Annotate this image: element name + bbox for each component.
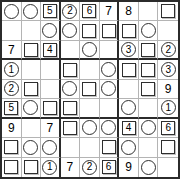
circle-marker	[82, 42, 97, 57]
circle-marker: 1	[4, 62, 19, 77]
circle-marker: 2	[4, 81, 19, 96]
cell-r4c8[interactable]	[139, 60, 159, 79]
cell-r9c7[interactable]: 9	[119, 158, 139, 177]
cell-r9c8[interactable]	[139, 158, 159, 177]
cell-r5c6[interactable]	[100, 80, 120, 99]
given-digit: 7	[47, 122, 54, 134]
circle-marker	[23, 140, 38, 155]
cell-r6c8[interactable]	[139, 99, 159, 118]
cell-r7c5[interactable]	[80, 119, 100, 138]
cell-r1c1[interactable]	[2, 2, 22, 21]
given-digit: 6	[87, 6, 93, 16]
square-marker	[4, 140, 18, 154]
cell-r8c3[interactable]	[41, 138, 61, 157]
cell-r1c9[interactable]	[158, 2, 178, 21]
square-marker: 6	[102, 160, 116, 174]
cell-r3c9[interactable]: 2	[158, 41, 178, 60]
cell-r4c5[interactable]	[80, 60, 100, 79]
cell-r5c8[interactable]	[139, 80, 159, 99]
cell-r6c1[interactable]: 5	[2, 99, 22, 118]
cell-r1c5[interactable]: 6	[80, 2, 100, 21]
given-digit: 9	[125, 161, 132, 173]
cell-r2c1[interactable]	[2, 21, 22, 40]
circle-marker	[62, 81, 77, 96]
circle-marker	[101, 62, 116, 77]
cell-r9c6[interactable]: 6	[100, 158, 120, 177]
cell-r8c1[interactable]	[2, 138, 22, 157]
cell-r3c4[interactable]	[61, 41, 81, 60]
cell-r8c5[interactable]	[80, 138, 100, 157]
square-marker	[24, 43, 38, 57]
cell-r2c2[interactable]	[22, 21, 42, 40]
given-digit: 8	[125, 5, 132, 17]
square-marker	[161, 140, 175, 154]
cell-r4c4[interactable]	[61, 60, 81, 79]
given-digit: 4	[47, 45, 53, 55]
circle-marker	[4, 4, 19, 19]
cell-r5c4[interactable]	[61, 80, 81, 99]
square-marker	[24, 82, 38, 96]
given-digit: 1	[8, 65, 14, 75]
cell-r7c1[interactable]: 9	[2, 119, 22, 138]
cell-r8c9[interactable]	[158, 138, 178, 157]
square-marker	[141, 82, 155, 96]
cell-r6c5[interactable]	[80, 99, 100, 118]
square-marker	[43, 101, 57, 115]
circle-marker	[82, 120, 97, 135]
square-marker	[63, 121, 77, 135]
cell-r6c4[interactable]	[61, 99, 81, 118]
cell-r5c3[interactable]	[41, 80, 61, 99]
cell-r6c3[interactable]	[41, 99, 61, 118]
cell-r4c6[interactable]	[100, 60, 120, 79]
square-marker	[141, 43, 155, 57]
given-digit: 6	[165, 123, 171, 133]
square-marker	[161, 4, 175, 18]
given-digit: 5	[8, 103, 14, 113]
square-marker	[82, 82, 96, 96]
cell-r7c6[interactable]	[100, 119, 120, 138]
circle-marker: 2	[82, 160, 97, 175]
cell-r8c7[interactable]	[119, 138, 139, 157]
cell-r3c1[interactable]: 7	[2, 41, 22, 60]
square-marker	[122, 63, 136, 77]
circle-marker	[101, 81, 116, 96]
cell-r7c4[interactable]	[61, 119, 81, 138]
given-digit: 5	[47, 6, 53, 16]
cell-r8c8[interactable]	[139, 138, 159, 157]
given-digit: 7	[8, 44, 15, 56]
circle-marker: 1	[161, 100, 176, 115]
cell-r1c8[interactable]	[139, 2, 159, 21]
given-digit: 1	[47, 162, 53, 172]
circle-marker: 1	[42, 160, 57, 175]
square-marker	[82, 24, 96, 38]
cell-r3c6[interactable]	[100, 41, 120, 60]
square-marker: 5	[43, 4, 57, 18]
square-marker	[4, 160, 18, 174]
square-marker	[102, 24, 116, 38]
given-digit: 3	[126, 45, 132, 55]
cell-r6c2[interactable]	[22, 99, 42, 118]
square-marker	[63, 101, 77, 115]
square-marker	[63, 63, 77, 77]
cell-r4c9[interactable]: 3	[158, 60, 178, 79]
square-marker	[141, 63, 155, 77]
circle-marker	[23, 100, 38, 115]
cell-r2c9[interactable]	[158, 21, 178, 40]
given-digit: 9	[8, 122, 15, 134]
cell-r9c1[interactable]	[2, 158, 22, 177]
cell-r7c7[interactable]: 4	[119, 119, 139, 138]
circle-marker	[62, 23, 77, 38]
cell-r9c5[interactable]: 2	[80, 158, 100, 177]
cell-r1c6[interactable]: 7	[100, 2, 120, 21]
given-digit: 2	[87, 162, 93, 172]
cell-r8c2[interactable]	[22, 138, 42, 157]
cell-r3c8[interactable]	[139, 41, 159, 60]
cell-r2c8[interactable]	[139, 21, 159, 40]
cell-r5c7[interactable]	[119, 80, 139, 99]
given-digit: 2	[67, 6, 73, 16]
circle-marker: 3	[121, 42, 136, 57]
sudoku-board: 526787432132951974617269	[0, 0, 180, 179]
cell-r5c5[interactable]	[80, 80, 100, 99]
circle-marker: 2	[161, 42, 176, 57]
given-digit: 9	[165, 83, 172, 95]
circle-marker	[42, 23, 57, 38]
cell-r2c7[interactable]	[119, 21, 139, 40]
cell-r7c8[interactable]	[139, 119, 159, 138]
cell-r8c6[interactable]	[100, 138, 120, 157]
circle-marker	[101, 120, 116, 135]
cell-r9c9[interactable]	[158, 158, 178, 177]
circle-marker	[23, 4, 38, 19]
given-digit: 1	[165, 103, 171, 113]
cell-r7c9[interactable]: 6	[158, 119, 178, 138]
cell-r1c4[interactable]: 2	[61, 2, 81, 21]
cell-r6c7[interactable]	[119, 99, 139, 118]
cell-r2c3[interactable]	[41, 21, 61, 40]
cell-r9c4[interactable]: 7	[61, 158, 81, 177]
cell-r6c6[interactable]	[100, 99, 120, 118]
square-marker: 6	[161, 121, 175, 135]
square-marker: 5	[4, 101, 18, 115]
circle-marker: 2	[62, 4, 77, 19]
given-digit: 2	[8, 84, 14, 94]
circle-marker	[141, 23, 156, 38]
given-digit: 7	[105, 5, 112, 17]
cell-r6c9[interactable]: 1	[158, 99, 178, 118]
cell-r2c5[interactable]	[80, 21, 100, 40]
given-digit: 2	[165, 45, 171, 55]
square-marker	[122, 24, 136, 38]
cell-r1c7[interactable]: 8	[119, 2, 139, 21]
cell-r3c5[interactable]	[80, 41, 100, 60]
cell-r3c3[interactable]: 4	[41, 41, 61, 60]
cell-r4c1[interactable]: 1	[2, 60, 22, 79]
circle-marker	[121, 100, 136, 115]
cell-r7c2[interactable]	[22, 119, 42, 138]
cell-r4c3[interactable]	[41, 60, 61, 79]
square-marker	[102, 140, 116, 154]
circle-marker	[141, 120, 156, 135]
given-digit: 4	[126, 123, 132, 133]
cell-r4c2[interactable]	[22, 60, 42, 79]
cell-r5c1[interactable]: 2	[2, 80, 22, 99]
cell-r7c3[interactable]: 7	[41, 119, 61, 138]
cell-r9c3[interactable]: 1	[41, 158, 61, 177]
square-marker	[24, 160, 38, 174]
cell-r1c3[interactable]: 5	[41, 2, 61, 21]
cell-r8c4[interactable]	[61, 138, 81, 157]
cell-r9c2[interactable]	[22, 158, 42, 177]
cell-r5c9[interactable]: 9	[158, 80, 178, 99]
circle-marker	[121, 140, 136, 155]
cell-r2c6[interactable]	[100, 21, 120, 40]
square-marker: 4	[43, 43, 57, 57]
cell-r1c2[interactable]	[22, 2, 42, 21]
cell-r3c7[interactable]: 3	[119, 41, 139, 60]
cell-r4c7[interactable]	[119, 60, 139, 79]
cell-r3c2[interactable]	[22, 41, 42, 60]
cell-r2c4[interactable]	[61, 21, 81, 40]
given-digit: 7	[67, 161, 74, 173]
circle-marker: 3	[161, 62, 176, 77]
circle-marker	[42, 140, 57, 155]
given-digit: 3	[165, 65, 171, 75]
circle-marker	[141, 160, 156, 175]
given-digit: 6	[106, 162, 112, 172]
square-marker: 6	[82, 4, 96, 18]
cell-r5c2[interactable]	[22, 80, 42, 99]
square-marker: 4	[122, 121, 136, 135]
